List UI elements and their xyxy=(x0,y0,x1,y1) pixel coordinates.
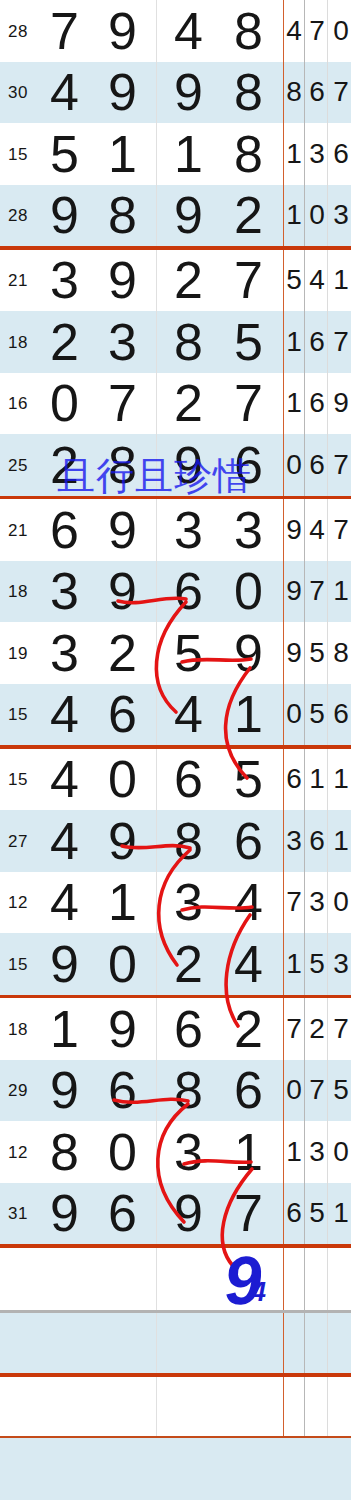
draw-digit: 6 xyxy=(234,1064,262,1116)
draw-digit: 1 xyxy=(234,1126,262,1178)
side-digit: 1 xyxy=(286,201,302,229)
side-digit: 6 xyxy=(333,700,349,728)
handwritten-four: 4 xyxy=(251,1279,266,1306)
draw-digit: 7 xyxy=(50,5,78,57)
side-digit: 1 xyxy=(309,765,325,793)
table-row: 182385167 xyxy=(0,311,351,373)
side-digit: 7 xyxy=(309,1076,325,1104)
row-index: 15 xyxy=(8,706,28,723)
table-row: 154065611 xyxy=(0,749,351,811)
draw-digit: 0 xyxy=(108,938,136,990)
draw-digit: 3 xyxy=(50,627,78,679)
draw-digit: 2 xyxy=(174,254,202,306)
side-digit: 9 xyxy=(286,577,302,605)
side-digit: 6 xyxy=(309,78,325,106)
draw-digit: 1 xyxy=(234,688,262,740)
side-digit: 6 xyxy=(309,328,325,356)
group-divider xyxy=(0,1244,351,1248)
draw-digit: 9 xyxy=(174,1187,202,1239)
side-digit: 7 xyxy=(309,17,325,45)
draw-digit: 8 xyxy=(50,1126,78,1178)
draw-digit: 9 xyxy=(174,66,202,118)
draw-digit: 9 xyxy=(108,5,136,57)
draw-digit: 1 xyxy=(108,876,136,928)
draw-digit: 3 xyxy=(50,565,78,617)
draw-digit: 9 xyxy=(50,1187,78,1239)
draw-digit: 5 xyxy=(174,627,202,679)
side-digit: 3 xyxy=(286,827,302,855)
group-divider xyxy=(0,246,351,250)
table-row: 299686075 xyxy=(0,1060,351,1122)
side-digit: 1 xyxy=(286,328,302,356)
side-digit: 4 xyxy=(309,516,325,544)
draw-digit: 4 xyxy=(50,753,78,805)
draw-digit: 4 xyxy=(234,876,262,928)
draw-digit: 9 xyxy=(50,1064,78,1116)
side-digit: 1 xyxy=(286,1138,302,1166)
empty-row-2 xyxy=(0,1377,351,1436)
draw-digit: 2 xyxy=(50,316,78,368)
draw-digit: 5 xyxy=(234,316,262,368)
side-digit: 1 xyxy=(333,266,349,294)
number-table: 2879484703049988671551181362898921032139… xyxy=(0,0,351,1248)
side-digit: 7 xyxy=(333,328,349,356)
draw-digit: 1 xyxy=(108,128,136,180)
draw-digit: 0 xyxy=(50,377,78,429)
draw-digit: 8 xyxy=(108,189,136,241)
row-index: 15 xyxy=(8,771,28,788)
column-rule-light xyxy=(327,0,328,1437)
draw-digit: 6 xyxy=(174,565,202,617)
draw-digit: 0 xyxy=(108,753,136,805)
row-index: 18 xyxy=(8,583,28,600)
table-row: 159024153 xyxy=(0,933,351,995)
side-digit: 5 xyxy=(286,266,302,294)
row-index: 12 xyxy=(8,894,28,911)
draw-digit: 6 xyxy=(234,815,262,867)
row-index: 19 xyxy=(8,644,28,661)
side-digit: 0 xyxy=(286,451,302,479)
side-digit: 1 xyxy=(333,577,349,605)
draw-digit: 4 xyxy=(50,815,78,867)
side-digit: 4 xyxy=(286,17,302,45)
side-digit: 1 xyxy=(286,950,302,978)
row-index: 15 xyxy=(8,145,28,162)
side-digit: 7 xyxy=(286,1015,302,1043)
side-digit: 6 xyxy=(333,140,349,168)
side-digit: 9 xyxy=(286,516,302,544)
gray-divider xyxy=(0,1310,351,1313)
row-index: 21 xyxy=(8,521,28,538)
draw-digit: 8 xyxy=(174,815,202,867)
draw-digit: 4 xyxy=(50,688,78,740)
side-digit: 5 xyxy=(309,1199,325,1227)
draw-digit: 4 xyxy=(50,66,78,118)
draw-digit: 3 xyxy=(108,316,136,368)
side-digit: 0 xyxy=(309,201,325,229)
side-digit: 0 xyxy=(286,1076,302,1104)
side-digit: 5 xyxy=(309,700,325,728)
draw-digit: 7 xyxy=(108,377,136,429)
row-index: 28 xyxy=(8,22,28,39)
draw-digit: 9 xyxy=(234,627,262,679)
side-digit: 3 xyxy=(309,888,325,916)
watermark-text: 且行且珍惜 xyxy=(57,451,252,502)
draw-digit: 7 xyxy=(234,377,262,429)
draw-digit: 1 xyxy=(50,1003,78,1055)
empty-row-3 xyxy=(0,1438,351,1500)
table-row: 183960971 xyxy=(0,561,351,623)
side-digit: 3 xyxy=(333,950,349,978)
draw-digit: 9 xyxy=(108,66,136,118)
side-digit: 0 xyxy=(333,1138,349,1166)
side-digit: 9 xyxy=(286,639,302,667)
side-digit: 5 xyxy=(333,1076,349,1104)
row-index: 25 xyxy=(8,456,28,473)
side-digit: 7 xyxy=(333,1015,349,1043)
table-row: 287948470 xyxy=(0,0,351,62)
side-digit: 4 xyxy=(309,266,325,294)
draw-digit: 6 xyxy=(108,1064,136,1116)
column-rule-gray xyxy=(304,0,305,1437)
draw-digit: 3 xyxy=(234,504,262,556)
side-digit: 0 xyxy=(333,888,349,916)
side-digit: 0 xyxy=(286,700,302,728)
side-digit: 5 xyxy=(309,950,325,978)
lottery-chart: 2879484703049988671551181362898921032139… xyxy=(0,0,351,1500)
row-index: 16 xyxy=(8,395,28,412)
table-row: 289892103 xyxy=(0,185,351,247)
table-row: 216933947 xyxy=(0,499,351,561)
side-digit: 1 xyxy=(333,827,349,855)
draw-digit: 5 xyxy=(234,753,262,805)
table-row: 154641056 xyxy=(0,684,351,746)
draw-digit: 9 xyxy=(174,189,202,241)
row-index: 29 xyxy=(8,1082,28,1099)
side-digit: 6 xyxy=(286,765,302,793)
draw-digit: 5 xyxy=(50,128,78,180)
side-digit: 7 xyxy=(333,451,349,479)
empty-row-prediction xyxy=(0,1248,351,1311)
side-digit: 6 xyxy=(309,389,325,417)
draw-digit: 6 xyxy=(174,753,202,805)
draw-digit: 2 xyxy=(108,627,136,679)
row-index: 30 xyxy=(8,84,28,101)
table-row: 155118136 xyxy=(0,123,351,185)
empty-row-1 xyxy=(0,1313,351,1373)
row-index: 12 xyxy=(8,1143,28,1160)
thin-red-line xyxy=(0,1436,351,1438)
table-row: 124134730 xyxy=(0,872,351,934)
draw-digit: 3 xyxy=(174,504,202,556)
draw-digit: 4 xyxy=(50,876,78,928)
draw-digit: 4 xyxy=(174,5,202,57)
draw-digit: 9 xyxy=(108,565,136,617)
table-row: 213927541 xyxy=(0,250,351,312)
draw-digit: 3 xyxy=(174,1126,202,1178)
row-index: 18 xyxy=(8,1020,28,1037)
side-digit: 3 xyxy=(309,1138,325,1166)
draw-digit: 7 xyxy=(234,254,262,306)
draw-digit: 6 xyxy=(108,1187,136,1239)
draw-digit: 4 xyxy=(234,938,262,990)
side-digit: 1 xyxy=(333,1199,349,1227)
row-index: 18 xyxy=(8,333,28,350)
table-row: 128031130 xyxy=(0,1121,351,1183)
draw-digit: 8 xyxy=(174,1064,202,1116)
draw-digit: 9 xyxy=(108,504,136,556)
draw-digit: 3 xyxy=(174,876,202,928)
side-digit: 8 xyxy=(286,78,302,106)
side-digit: 8 xyxy=(333,639,349,667)
draw-digit: 8 xyxy=(234,66,262,118)
draw-digit: 6 xyxy=(174,1003,202,1055)
table-row: 160727169 xyxy=(0,373,351,435)
side-digit: 1 xyxy=(286,389,302,417)
row-index: 15 xyxy=(8,955,28,972)
side-digit: 2 xyxy=(309,1015,325,1043)
side-digit: 6 xyxy=(309,451,325,479)
group-divider xyxy=(0,745,351,749)
draw-digit: 6 xyxy=(108,688,136,740)
row-index: 21 xyxy=(8,272,28,289)
draw-digit: 6 xyxy=(50,504,78,556)
column-rule-orange xyxy=(283,0,284,1437)
side-digit: 3 xyxy=(309,140,325,168)
table-row: 319697651 xyxy=(0,1183,351,1245)
draw-digit: 9 xyxy=(50,189,78,241)
column-rule-middle xyxy=(156,0,157,1437)
side-digit: 6 xyxy=(309,827,325,855)
row-index: 27 xyxy=(8,832,28,849)
side-digit: 6 xyxy=(286,1199,302,1227)
draw-digit: 9 xyxy=(108,815,136,867)
draw-digit: 8 xyxy=(174,316,202,368)
table-row: 193259958 xyxy=(0,622,351,684)
group-divider xyxy=(0,995,351,999)
side-digit: 3 xyxy=(333,201,349,229)
table-row: 181962727 xyxy=(0,998,351,1060)
draw-digit: 4 xyxy=(174,688,202,740)
side-digit: 1 xyxy=(286,140,302,168)
draw-digit: 0 xyxy=(234,565,262,617)
draw-digit: 8 xyxy=(234,5,262,57)
row-index: 31 xyxy=(8,1205,28,1222)
table-row: 274986361 xyxy=(0,810,351,872)
draw-digit: 2 xyxy=(234,189,262,241)
side-digit: 5 xyxy=(309,639,325,667)
row-index: 28 xyxy=(8,207,28,224)
side-digit: 9 xyxy=(333,389,349,417)
side-digit: 7 xyxy=(333,516,349,544)
draw-digit: 9 xyxy=(108,254,136,306)
draw-digit: 0 xyxy=(108,1126,136,1178)
draw-digit: 2 xyxy=(174,377,202,429)
draw-digit: 1 xyxy=(174,128,202,180)
draw-digit: 2 xyxy=(234,1003,262,1055)
side-digit: 1 xyxy=(333,765,349,793)
side-digit: 0 xyxy=(333,17,349,45)
side-digit: 7 xyxy=(309,577,325,605)
draw-digit: 9 xyxy=(108,1003,136,1055)
draw-digit: 9 xyxy=(50,938,78,990)
side-digit: 7 xyxy=(286,888,302,916)
draw-digit: 2 xyxy=(174,938,202,990)
orange-divider-bottom xyxy=(0,1373,351,1377)
side-digit: 7 xyxy=(333,78,349,106)
draw-digit: 7 xyxy=(234,1187,262,1239)
draw-digit: 3 xyxy=(50,254,78,306)
draw-digit: 8 xyxy=(234,128,262,180)
table-row: 304998867 xyxy=(0,62,351,124)
